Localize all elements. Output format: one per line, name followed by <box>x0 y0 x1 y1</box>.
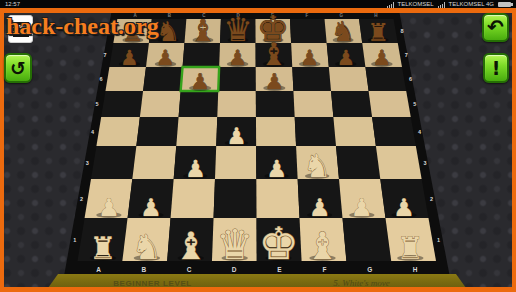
rank-label-right-3: 3 <box>424 160 427 166</box>
piece-black-queen-d8[interactable]: ♛ <box>223 10 253 49</box>
square-f4[interactable] <box>295 117 336 146</box>
square-b5[interactable] <box>140 91 181 117</box>
rank-label-right-6: 6 <box>409 76 412 82</box>
piece-white-pawn-h2[interactable]: ♟ <box>393 193 415 222</box>
piece-black-rook-h8[interactable]: ♜ <box>367 18 389 47</box>
piece-white-rook-h1[interactable]: ♜ <box>397 230 425 266</box>
piece-black-pawn-e6[interactable]: ♟ <box>265 69 284 94</box>
rank-label-right-1: 1 <box>437 237 440 243</box>
piece-black-pawn-h7[interactable]: ♟ <box>372 46 391 70</box>
piece-white-pawn-a2[interactable]: ♟ <box>98 193 120 222</box>
square-d2[interactable] <box>214 179 257 218</box>
rank-label-right-8: 8 <box>400 28 403 34</box>
square-e2[interactable] <box>256 179 299 218</box>
square-d5[interactable] <box>217 91 256 117</box>
rank-label-left-7: 7 <box>104 52 107 58</box>
rank-label-left-3: 3 <box>86 160 89 166</box>
piece-white-pawn-b2[interactable]: ♟ <box>140 193 162 222</box>
square-g6[interactable] <box>329 67 369 91</box>
square-g1[interactable] <box>343 218 392 261</box>
square-b3[interactable] <box>132 146 176 179</box>
piece-black-pawn-g7[interactable]: ♟ <box>336 46 355 70</box>
piece-white-pawn-c3[interactable]: ♟ <box>185 155 206 183</box>
piece-black-bishop-c8[interactable]: ♝ <box>189 13 216 48</box>
file-label-g: G <box>367 266 372 273</box>
piece-white-knight-b1[interactable]: ♞ <box>132 227 163 267</box>
piece-white-pawn-f2[interactable]: ♟ <box>309 193 331 222</box>
square-h4[interactable] <box>372 117 416 146</box>
file-label-b: B <box>141 266 146 273</box>
signal-icon-2 <box>438 2 445 8</box>
piece-white-knight-f3[interactable]: ♞ <box>303 148 331 184</box>
file-label-a: A <box>96 266 101 273</box>
rank-label-right-5: 5 <box>413 101 416 107</box>
piece-white-rook-a1[interactable]: ♜ <box>89 230 117 266</box>
app-screen: 12:57 TELKOMSEL TELKOMSEL 4G AABBCCDDEEF… <box>0 0 516 292</box>
rotate-icon: ↺ <box>10 59 26 78</box>
square-h5[interactable] <box>369 91 411 117</box>
square-f5[interactable] <box>293 91 333 117</box>
rank-label-left-1: 1 <box>73 237 76 243</box>
rank-label-left-6: 6 <box>100 76 103 82</box>
watermark-frame-left <box>0 8 4 292</box>
piece-black-knight-b8[interactable]: ♞ <box>156 16 181 47</box>
square-f8[interactable] <box>290 19 327 43</box>
piece-black-pawn-a7[interactable]: ♟ <box>120 46 139 70</box>
square-b4[interactable] <box>136 117 178 146</box>
piece-black-pawn-d7[interactable]: ♟ <box>228 46 247 70</box>
square-g5[interactable] <box>331 91 372 117</box>
square-c4[interactable] <box>176 117 217 146</box>
square-a6[interactable] <box>105 67 146 91</box>
square-d3[interactable] <box>215 146 256 179</box>
square-b6[interactable] <box>143 67 182 91</box>
bottom-bar: BEGINNER LEVEL 5. White's move <box>48 274 466 288</box>
piece-white-pawn-e3[interactable]: ♟ <box>266 155 287 183</box>
signal-icon <box>387 2 394 8</box>
watermark-frame-right <box>512 8 516 292</box>
exclamation-icon: ! <box>492 59 501 78</box>
file-label-top-f: F <box>306 13 309 18</box>
piece-white-queen-d1[interactable]: ♛ <box>216 221 253 269</box>
rank-label-right-2: 2 <box>430 196 433 202</box>
piece-white-pawn-d4[interactable]: ♟ <box>226 123 246 149</box>
piece-white-king-e1[interactable]: ♚ <box>259 217 299 270</box>
piece-white-bishop-c1[interactable]: ♝ <box>174 224 208 268</box>
square-a3[interactable] <box>91 146 136 179</box>
piece-white-bishop-f1[interactable]: ♝ <box>306 224 340 268</box>
square-h6[interactable] <box>365 67 406 91</box>
watermark-text: hack-cheat.org <box>6 13 159 40</box>
square-c5[interactable] <box>179 91 219 117</box>
rank-label-left-2: 2 <box>80 196 83 202</box>
square-g4[interactable] <box>333 117 376 146</box>
rank-label-right-7: 7 <box>405 52 408 58</box>
square-a4[interactable] <box>96 117 139 146</box>
file-label-h: H <box>413 266 418 273</box>
undo-icon: ↶ <box>487 17 504 37</box>
chess-board: AABBCCDDEEFFGGHH8877665544332211♜♞♝♛♚♞♜♟… <box>0 0 516 292</box>
square-e5[interactable] <box>256 91 295 117</box>
piece-black-bishop-e7[interactable]: ♝ <box>260 36 288 72</box>
square-d6[interactable] <box>218 67 256 91</box>
rank-label-left-5: 5 <box>95 101 98 107</box>
piece-black-pawn-b7[interactable]: ♟ <box>156 46 175 70</box>
square-h3[interactable] <box>376 146 422 179</box>
hint-button[interactable]: ! <box>483 53 509 83</box>
square-g3[interactable] <box>336 146 380 179</box>
battery-icon <box>498 2 511 7</box>
square-f6[interactable] <box>292 67 331 91</box>
piece-black-pawn-f7[interactable]: ♟ <box>300 46 319 70</box>
square-c2[interactable] <box>171 179 215 218</box>
undo-button[interactable]: ↶ <box>482 13 509 42</box>
rotate-button[interactable]: ↺ <box>4 53 32 83</box>
watermark-frame-bottom <box>0 287 516 292</box>
square-a5[interactable] <box>101 91 143 117</box>
piece-black-knight-g8[interactable]: ♞ <box>331 16 356 47</box>
piece-black-pawn-c6[interactable]: ♟ <box>191 69 210 94</box>
piece-white-pawn-g2[interactable]: ♟ <box>351 193 373 222</box>
square-e4[interactable] <box>256 117 296 146</box>
